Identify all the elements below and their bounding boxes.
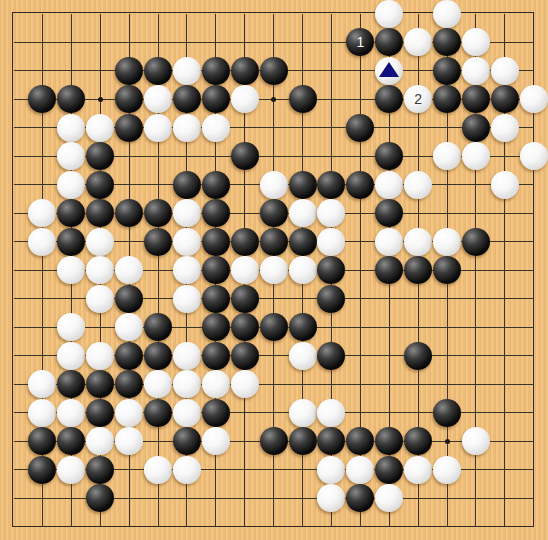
black-stone: [86, 142, 114, 170]
star-point: [98, 97, 103, 102]
black-stone: [375, 28, 403, 56]
triangle-icon: [379, 62, 399, 77]
white-stone: [173, 114, 201, 142]
black-stone: [202, 228, 230, 256]
black-stone: [462, 114, 490, 142]
white-stone: [202, 370, 230, 398]
white-stone: [173, 256, 201, 284]
white-stone: [491, 114, 519, 142]
white-stone: [404, 171, 432, 199]
white-stone: [173, 57, 201, 85]
triangle-marker: [375, 57, 403, 85]
black-stone: [317, 285, 345, 313]
black-stone: [375, 256, 403, 284]
black-stone: [86, 199, 114, 227]
black-stone: [86, 456, 114, 484]
white-stone: [28, 228, 56, 256]
white-stone: [289, 256, 317, 284]
black-stone: [86, 399, 114, 427]
black-stone: [462, 85, 490, 113]
white-stone: [375, 0, 403, 28]
black-stone: [202, 57, 230, 85]
move-number-label: 1: [356, 35, 364, 49]
white-stone: [57, 399, 85, 427]
black-stone: [173, 171, 201, 199]
black-stone: [491, 85, 519, 113]
white-stone: [173, 399, 201, 427]
black-stone: [289, 171, 317, 199]
black-stone: [317, 342, 345, 370]
black-stone: [433, 399, 461, 427]
black-stone: [144, 228, 172, 256]
black-stone: [144, 342, 172, 370]
white-stone: [57, 456, 85, 484]
white-stone: [173, 370, 201, 398]
white-stone: [375, 228, 403, 256]
white-stone: [491, 171, 519, 199]
black-stone: [115, 342, 143, 370]
black-stone: [231, 142, 259, 170]
white-stone: [346, 456, 374, 484]
black-stone: [231, 342, 259, 370]
black-stone: [375, 142, 403, 170]
white-stone: [57, 171, 85, 199]
black-stone: [115, 285, 143, 313]
black-stone: [260, 427, 288, 455]
black-stone: [375, 199, 403, 227]
move-number-label: 2: [414, 92, 422, 106]
white-stone: [231, 256, 259, 284]
white-stone: [317, 228, 345, 256]
move-number-2: 2: [404, 85, 432, 113]
white-stone: [86, 427, 114, 455]
white-stone: [115, 256, 143, 284]
white-stone: [173, 228, 201, 256]
move-number-1: 1: [346, 28, 374, 56]
white-stone: [86, 256, 114, 284]
white-stone: [173, 342, 201, 370]
white-stone: [433, 228, 461, 256]
black-stone: [144, 57, 172, 85]
white-stone: [520, 85, 548, 113]
white-stone: [173, 199, 201, 227]
white-stone: [173, 456, 201, 484]
black-stone: [346, 171, 374, 199]
white-stone: [144, 85, 172, 113]
black-stone: [433, 85, 461, 113]
black-stone: [433, 57, 461, 85]
black-stone: [289, 313, 317, 341]
black-stone: [289, 228, 317, 256]
white-stone: [57, 114, 85, 142]
black-stone: [86, 484, 114, 512]
black-stone: [231, 313, 259, 341]
black-stone: [375, 85, 403, 113]
black-stone: [115, 370, 143, 398]
white-stone: [144, 114, 172, 142]
black-stone: [317, 171, 345, 199]
black-stone: [404, 342, 432, 370]
black-stone: [375, 456, 403, 484]
black-stone: [260, 57, 288, 85]
white-stone: [115, 427, 143, 455]
white-stone: [317, 456, 345, 484]
white-stone: [404, 456, 432, 484]
white-stone: [433, 0, 461, 28]
black-stone: [115, 57, 143, 85]
black-stone: [202, 342, 230, 370]
white-stone: [260, 256, 288, 284]
white-stone: [375, 484, 403, 512]
black-stone: [231, 57, 259, 85]
white-stone: [404, 228, 432, 256]
black-stone: [202, 256, 230, 284]
black-stone: [28, 456, 56, 484]
star-point: [271, 97, 276, 102]
black-stone: [115, 114, 143, 142]
white-stone: [173, 285, 201, 313]
black-stone: [433, 256, 461, 284]
black-stone: [144, 313, 172, 341]
white-stone: [57, 342, 85, 370]
white-stone: [462, 57, 490, 85]
white-stone: [433, 456, 461, 484]
white-stone: [144, 370, 172, 398]
white-stone: [86, 342, 114, 370]
white-stone: [115, 313, 143, 341]
black-stone: [115, 199, 143, 227]
white-stone: [491, 57, 519, 85]
black-stone: [260, 199, 288, 227]
black-stone: [173, 427, 201, 455]
white-stone: [289, 399, 317, 427]
black-stone: [433, 28, 461, 56]
black-stone: [173, 85, 201, 113]
white-stone: [231, 85, 259, 113]
black-stone: [202, 85, 230, 113]
white-stone: [462, 142, 490, 170]
black-stone: [86, 370, 114, 398]
black-stone: [115, 85, 143, 113]
white-stone: [462, 427, 490, 455]
black-stone: [404, 427, 432, 455]
black-stone: [462, 228, 490, 256]
white-stone: [462, 28, 490, 56]
black-stone: [289, 85, 317, 113]
white-stone: [144, 456, 172, 484]
black-stone: [202, 199, 230, 227]
white-stone: [115, 399, 143, 427]
white-stone: [202, 427, 230, 455]
black-stone: [202, 399, 230, 427]
white-stone: [28, 399, 56, 427]
white-stone: [520, 142, 548, 170]
black-stone: [289, 427, 317, 455]
black-stone: [260, 313, 288, 341]
black-stone: [231, 228, 259, 256]
white-stone: [404, 28, 432, 56]
black-stone: [202, 313, 230, 341]
star-point: [445, 439, 450, 444]
white-stone: [231, 370, 259, 398]
black-stone: [86, 171, 114, 199]
black-stone: [346, 114, 374, 142]
black-stone: [144, 399, 172, 427]
white-stone: [289, 199, 317, 227]
go-board[interactable]: 12: [0, 0, 548, 540]
white-stone: [317, 399, 345, 427]
black-stone: [57, 228, 85, 256]
black-stone: [231, 285, 259, 313]
white-stone: [260, 171, 288, 199]
black-stone: [202, 171, 230, 199]
white-stone: [86, 114, 114, 142]
black-stone: [144, 199, 172, 227]
white-stone: [433, 142, 461, 170]
white-stone: [375, 171, 403, 199]
white-stone: [202, 114, 230, 142]
black-stone: [202, 285, 230, 313]
white-stone: [86, 228, 114, 256]
white-stone: [289, 342, 317, 370]
black-stone: [260, 228, 288, 256]
black-stone: [404, 256, 432, 284]
black-stone: [375, 427, 403, 455]
white-stone: [86, 285, 114, 313]
